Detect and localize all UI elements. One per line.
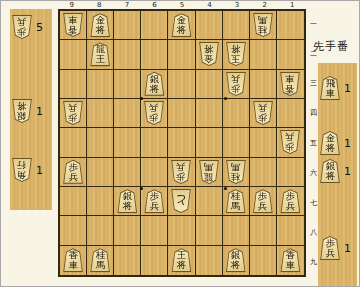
hand-count: 5 (36, 21, 43, 34)
square-2二[interactable] (250, 40, 277, 69)
file-label-1: 1 (278, 1, 306, 9)
square-2九[interactable] (250, 246, 277, 275)
square-5二[interactable] (168, 40, 195, 69)
piece-歩兵-sente[interactable]: 歩兵 (320, 236, 340, 260)
hand-count: 1 (36, 164, 43, 177)
piece-歩兵-gote[interactable]: 歩兵 (226, 72, 246, 96)
piece-歩兵-gote[interactable]: 歩兵 (63, 101, 83, 125)
piece-桂馬-gote[interactable]: 桂馬 (253, 13, 273, 37)
file-label-6: 6 (141, 1, 169, 9)
file-label-8: 8 (86, 1, 114, 9)
square-6四[interactable]: 歩兵 (141, 99, 168, 128)
square-5三[interactable] (168, 70, 195, 99)
square-1八[interactable] (277, 216, 304, 245)
piece-face: 香車 (281, 249, 299, 271)
star-point (140, 97, 143, 100)
square-8二[interactable]: 龍王 (87, 40, 114, 69)
square-3五[interactable] (223, 128, 250, 157)
hand-slot-金将[interactable]: 金将1 (320, 130, 359, 156)
piece-face: 歩兵 (281, 190, 299, 212)
square-9八[interactable] (60, 216, 87, 245)
square-6六[interactable] (141, 158, 168, 187)
file-label-4: 4 (196, 1, 224, 9)
piece-face: 歩兵 (172, 161, 190, 183)
square-4二[interactable]: 金将 (196, 40, 223, 69)
square-1一[interactable] (277, 11, 304, 40)
square-1二[interactable] (277, 40, 304, 69)
hand-slot-銀将[interactable]: 銀将1 (12, 98, 54, 124)
square-4一[interactable] (196, 11, 223, 40)
hand-count: 1 (344, 137, 351, 150)
piece-face: 龍王 (91, 43, 109, 65)
square-7七[interactable]: 銀将 (114, 187, 141, 216)
square-4九[interactable] (196, 246, 223, 275)
square-5九[interactable]: 王将 (168, 246, 195, 275)
hand-slot-歩兵[interactable]: 歩兵5 (12, 14, 54, 40)
piece-face: 桂馬 (227, 190, 245, 212)
piece-face: 桂馬 (254, 14, 272, 36)
square-8六[interactable] (87, 158, 114, 187)
square-4八[interactable] (196, 216, 223, 245)
square-5一[interactable]: 金将 (168, 11, 195, 40)
hand-slot-銀将[interactable]: 銀将1 (320, 158, 359, 184)
square-9一[interactable]: 香車 (60, 11, 87, 40)
turn-indicator: 先手番 (313, 39, 359, 54)
piece-face: 王将 (172, 249, 190, 271)
piece-金将-sente[interactable]: 金将 (320, 131, 340, 155)
board: 香車金将金将桂馬龍王金将玉将銀将歩兵香車歩兵歩兵歩兵歩兵歩兵歩兵龍馬桂馬銀将歩兵… (58, 9, 306, 277)
square-2五[interactable] (250, 128, 277, 157)
square-4五[interactable] (196, 128, 223, 157)
square-6五[interactable] (141, 128, 168, 157)
square-3六[interactable]: 桂馬 (223, 158, 250, 187)
hand-slot-飛車[interactable]: 飛車1 (320, 75, 359, 101)
piece-銀将-sente[interactable]: 銀将 (144, 72, 164, 96)
square-9四[interactable]: 歩兵 (60, 99, 87, 128)
square-1六[interactable] (277, 158, 304, 187)
piece-銀将-sente[interactable]: 銀将 (117, 189, 137, 213)
piece-香車-sente[interactable]: 香車 (280, 248, 300, 272)
piece-龍王-sente[interactable]: 龍王 (90, 42, 110, 66)
square-9二[interactable] (60, 40, 87, 69)
square-3二[interactable]: 玉将 (223, 40, 250, 69)
square-8四[interactable] (87, 99, 114, 128)
piece-face: 玉将 (227, 43, 245, 65)
hand-count: 1 (344, 165, 351, 178)
piece-face: 歩兵 (145, 190, 163, 212)
square-6八[interactable] (141, 216, 168, 245)
square-1五[interactable]: 歩兵 (277, 128, 304, 157)
square-3一[interactable] (223, 11, 250, 40)
piece-face: 金将 (172, 14, 190, 36)
piece-face: 歩兵 (145, 102, 163, 124)
file-coordinates: 987654321 (58, 1, 306, 9)
hand-slot-歩兵[interactable]: 歩兵1 (320, 235, 359, 261)
piece-face: 歩兵 (227, 73, 245, 95)
piece-face: 金将 (200, 43, 218, 65)
square-3七[interactable]: 桂馬 (223, 187, 250, 216)
piece-歩兵-gote[interactable]: 歩兵 (171, 160, 191, 184)
rank-label-一: 一 (308, 9, 319, 39)
square-5八[interactable] (168, 216, 195, 245)
square-7一[interactable] (114, 11, 141, 40)
piece-face: 歩兵 (64, 161, 82, 183)
square-5七[interactable]: と (168, 187, 195, 216)
square-9五[interactable] (60, 128, 87, 157)
piece-face: 桂馬 (91, 249, 109, 271)
square-7四[interactable] (114, 99, 141, 128)
piece-歩兵-gote[interactable]: 歩兵 (280, 130, 300, 154)
piece-face: と (172, 190, 190, 212)
piece-銀将-gote[interactable]: 銀将 (12, 99, 32, 123)
square-3八[interactable] (223, 216, 250, 245)
file-label-3: 3 (223, 1, 251, 9)
file-label-2: 2 (251, 1, 279, 9)
square-2七[interactable]: 歩兵 (250, 187, 277, 216)
piece-face: 金将 (91, 14, 109, 36)
piece-金将-sente[interactable]: 金将 (90, 13, 110, 37)
piece-銀将-sente[interactable]: 銀将 (320, 159, 340, 183)
piece-桂馬-gote[interactable]: 桂馬 (226, 160, 246, 184)
piece-face: 歩兵 (13, 16, 31, 38)
piece-玉将-gote[interactable]: 玉将 (226, 42, 246, 66)
piece-桂馬-sente[interactable]: 桂馬 (90, 248, 110, 272)
piece-銀将-sente[interactable]: 銀将 (226, 248, 246, 272)
square-1九[interactable]: 香車 (277, 246, 304, 275)
piece-face: 銀将 (13, 100, 31, 122)
square-3九[interactable]: 銀将 (223, 246, 250, 275)
square-6一[interactable] (141, 11, 168, 40)
square-4三[interactable] (196, 70, 223, 99)
piece-face: 歩兵 (281, 131, 299, 153)
square-6三[interactable]: 銀将 (141, 70, 168, 99)
square-3三[interactable]: 歩兵 (223, 70, 250, 99)
square-7六[interactable] (114, 158, 141, 187)
piece-歩兵-sente[interactable]: 歩兵 (280, 189, 300, 213)
piece-飛車-sente[interactable]: 飛車 (320, 76, 340, 100)
piece-face: 桂馬 (227, 161, 245, 183)
square-8五[interactable] (87, 128, 114, 157)
piece-王将-sente[interactable]: 王将 (171, 248, 191, 272)
square-2六[interactable] (250, 158, 277, 187)
piece-香車-gote[interactable]: 香車 (280, 72, 300, 96)
piece-香車-sente[interactable]: 香車 (63, 248, 83, 272)
piece-face: 角行 (13, 159, 31, 181)
star-point (224, 97, 227, 100)
piece-face: 銀将 (321, 160, 339, 182)
piece-face: 龍馬 (200, 161, 218, 183)
piece-金将-gote[interactable]: 金将 (199, 42, 219, 66)
square-1三[interactable]: 香車 (277, 70, 304, 99)
piece-桂馬-sente[interactable]: 桂馬 (226, 189, 246, 213)
square-9七[interactable] (60, 187, 87, 216)
piece-face: 歩兵 (64, 102, 82, 124)
piece-歩兵-gote[interactable]: 歩兵 (144, 101, 164, 125)
square-6二[interactable] (141, 40, 168, 69)
square-8七[interactable] (87, 187, 114, 216)
square-7八[interactable] (114, 216, 141, 245)
square-8一[interactable]: 金将 (87, 11, 114, 40)
square-8八[interactable] (87, 216, 114, 245)
piece-face: 歩兵 (321, 237, 339, 259)
square-5四[interactable] (168, 99, 195, 128)
square-1七[interactable]: 歩兵 (277, 187, 304, 216)
file-label-7: 7 (113, 1, 141, 9)
square-7三[interactable] (114, 70, 141, 99)
square-8九[interactable]: 桂馬 (87, 246, 114, 275)
piece-face: 香車 (64, 249, 82, 271)
piece-face: 飛車 (321, 77, 339, 99)
square-8三[interactable] (87, 70, 114, 99)
hand-slot-角行[interactable]: 角行1 (12, 157, 54, 183)
square-9九[interactable]: 香車 (60, 246, 87, 275)
square-6七[interactable]: 歩兵 (141, 187, 168, 216)
piece-face: 歩兵 (254, 102, 272, 124)
square-2八[interactable] (250, 216, 277, 245)
square-5五[interactable] (168, 128, 195, 157)
square-4六[interactable]: 龍馬 (196, 158, 223, 187)
sente-captured-tray: 飛車1金将1銀将1歩兵1 (318, 63, 357, 286)
piece-龍馬-gote[interactable]: 龍馬 (199, 160, 219, 184)
piece-歩兵-gote[interactable]: 歩兵 (253, 101, 273, 125)
piece-face: 銀将 (118, 190, 136, 212)
square-4七[interactable] (196, 187, 223, 216)
hand-count: 1 (36, 105, 43, 118)
star-point (140, 187, 143, 190)
piece-と-gote[interactable]: と (171, 189, 191, 213)
gote-captured-tray: 歩兵5銀将1角行1 (10, 9, 52, 210)
shogi-app-window: 歩兵5銀将1角行1 987654321 香車金将金将桂馬龍王金将玉将銀将歩兵香車… (0, 0, 360, 287)
hand-count: 1 (344, 242, 351, 255)
square-1四[interactable] (277, 99, 304, 128)
square-3四[interactable] (223, 99, 250, 128)
square-5六[interactable]: 歩兵 (168, 158, 195, 187)
square-2一[interactable]: 桂馬 (250, 11, 277, 40)
square-9三[interactable] (60, 70, 87, 99)
square-7二[interactable] (114, 40, 141, 69)
piece-face: 銀将 (145, 73, 163, 95)
piece-金将-sente[interactable]: 金将 (171, 13, 191, 37)
file-label-9: 9 (58, 1, 86, 9)
piece-角行-gote[interactable]: 角行 (12, 158, 32, 182)
square-2四[interactable]: 歩兵 (250, 99, 277, 128)
square-4四[interactable] (196, 99, 223, 128)
piece-香車-gote[interactable]: 香車 (63, 13, 83, 37)
piece-face: 銀将 (227, 249, 245, 271)
piece-歩兵-sente[interactable]: 歩兵 (253, 189, 273, 213)
piece-face: 歩兵 (254, 190, 272, 212)
piece-face: 香車 (64, 14, 82, 36)
square-6九[interactable] (141, 246, 168, 275)
file-label-5: 5 (168, 1, 196, 9)
square-7五[interactable] (114, 128, 141, 157)
piece-face: 金将 (321, 132, 339, 154)
piece-歩兵-gote[interactable]: 歩兵 (12, 15, 32, 39)
square-7九[interactable] (114, 246, 141, 275)
piece-face: 香車 (281, 73, 299, 95)
square-9六[interactable]: 歩兵 (60, 158, 87, 187)
hand-count: 1 (344, 82, 351, 95)
star-point (224, 187, 227, 190)
piece-歩兵-sente[interactable]: 歩兵 (63, 160, 83, 184)
piece-歩兵-sente[interactable]: 歩兵 (144, 189, 164, 213)
square-2三[interactable] (250, 70, 277, 99)
